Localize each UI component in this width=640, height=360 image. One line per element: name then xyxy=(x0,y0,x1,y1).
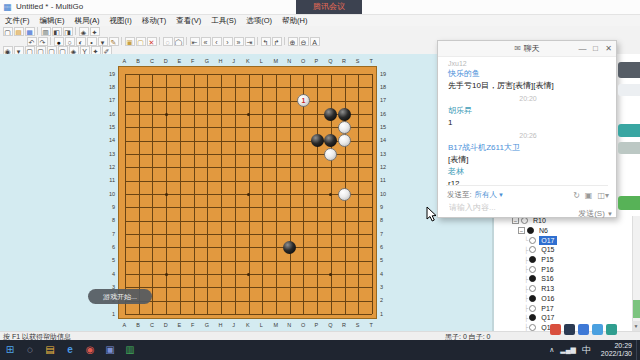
background-window-button xyxy=(618,84,640,96)
coord-right: 14 xyxy=(380,137,386,143)
tree-node-O16[interactable]: ├O16 xyxy=(494,294,640,304)
hide-stones-icon[interactable]: ◌ xyxy=(163,37,173,46)
coord-bottom: E xyxy=(177,322,181,328)
chat-message: [表情] xyxy=(448,154,608,166)
white-stone-O17[interactable]: 1 xyxy=(297,94,310,107)
game-tree-rows: −R10−N6└O17├Q15├P15├P16├S16├R13├O16├P17├… xyxy=(494,216,640,331)
send-to-label: 发送至: xyxy=(447,190,472,200)
grid-line-v xyxy=(358,74,359,314)
tree-connector: ├ xyxy=(524,305,528,311)
play-white-stone-icon[interactable]: ○ xyxy=(65,37,75,46)
tree-node-N6[interactable]: −N6 xyxy=(494,226,640,236)
coord-left: 8 xyxy=(104,217,115,223)
coord-bottom: O xyxy=(301,322,305,328)
grid-line-h xyxy=(125,301,372,302)
coord-top: T xyxy=(370,58,373,64)
save-file-icon[interactable]: ▦ xyxy=(25,27,35,36)
file-explorer-icon[interactable]: ▤ xyxy=(42,343,58,357)
grid-line-h xyxy=(125,221,372,222)
prev-variation-icon[interactable]: ↰ xyxy=(261,37,271,46)
tree-node-P17[interactable]: ├P17 xyxy=(494,303,640,313)
toolbar-separator xyxy=(186,37,187,45)
tree-connector: ├ xyxy=(524,276,528,282)
tree-node-label: Q15 xyxy=(539,245,556,254)
chat-message: 先手亏10目，厉害[表情][表情] xyxy=(448,80,608,92)
menu-item-7[interactable]: 选项(O) xyxy=(241,15,277,26)
tree-connector: ├ xyxy=(524,295,528,301)
menu-item-4[interactable]: 移动(T) xyxy=(137,15,172,26)
ime-indicator[interactable]: 中 xyxy=(582,344,591,357)
coord-top: E xyxy=(177,58,181,64)
tree-node-label: N6 xyxy=(537,226,550,235)
coord-bottom: T xyxy=(370,322,373,328)
background-app-icon xyxy=(592,324,603,335)
coord-bottom: R xyxy=(342,322,346,328)
paste-position-icon[interactable]: ◨ xyxy=(63,27,73,36)
coord-top: B xyxy=(136,58,140,64)
grid-line-v xyxy=(262,74,263,314)
close-icon[interactable]: ✕ xyxy=(603,43,614,54)
coord-right: 9 xyxy=(380,204,383,210)
black-stone-icon xyxy=(529,275,536,282)
coord-right: 6 xyxy=(380,244,383,250)
toolbar-separator xyxy=(121,37,122,45)
forward-1-move-icon[interactable]: › xyxy=(223,37,233,46)
taskbar: ⊞◌▤e◉▣▥ xyxy=(0,340,640,360)
coord-left: 18 xyxy=(104,84,115,90)
coord-right: 5 xyxy=(380,257,383,263)
grid-line-v xyxy=(372,74,373,314)
open-file-icon[interactable]: ▤ xyxy=(14,27,24,36)
menu-bar: 文件(F)编辑(E)棋局(A)视图(I)移动(T)查看(V)工具(S)选项(O)… xyxy=(0,15,640,26)
grid-line-h xyxy=(125,207,372,208)
coord-right: 13 xyxy=(380,151,386,157)
chat-title-label: 聊天 xyxy=(524,43,540,54)
expand-icon[interactable]: − xyxy=(518,227,525,234)
coord-right: 17 xyxy=(380,97,386,103)
coord-right: 15 xyxy=(380,124,386,130)
black-stone-icon xyxy=(529,256,536,263)
background-window-button xyxy=(618,62,640,78)
coord-top: H xyxy=(219,58,223,64)
coord-top: A xyxy=(123,58,127,64)
zoom-in-icon[interactable]: ⊕ xyxy=(288,37,298,46)
coord-top: O xyxy=(301,58,305,64)
app-icon: ▦ xyxy=(3,2,13,12)
white-stone-icon xyxy=(529,305,536,312)
tree-connector: ├ xyxy=(524,324,528,330)
coord-left: 1 xyxy=(104,311,115,317)
tree-connector: ├ xyxy=(524,247,528,253)
white-stone-icon xyxy=(529,266,536,273)
background-window-button xyxy=(618,142,640,154)
white-stone-icon xyxy=(529,324,536,331)
coord-right: 12 xyxy=(380,164,386,170)
member-list-icon[interactable]: ◫▾ xyxy=(597,191,609,200)
send-button[interactable]: 发送(S) ▼ xyxy=(565,208,613,218)
tree-node-Q17[interactable]: ├Q17 xyxy=(494,313,640,323)
tree-node-label: O16 xyxy=(539,294,556,303)
star-point xyxy=(165,193,168,196)
menu-item-5[interactable]: 查看(V) xyxy=(171,15,206,26)
black-stone-N6[interactable] xyxy=(283,241,296,254)
black-stone-P14[interactable] xyxy=(311,134,324,147)
white-stone-icon xyxy=(529,285,536,292)
toolbar-separator xyxy=(75,27,76,35)
minimize-icon[interactable]: — xyxy=(577,43,588,54)
grid-line-v xyxy=(276,74,277,314)
tree-node-S16[interactable]: ├S16 xyxy=(494,274,640,284)
chat-username: B17战斗机Z611大卫 xyxy=(448,142,608,154)
coord-left: 17 xyxy=(104,97,115,103)
grid-line-v xyxy=(303,74,304,314)
back-10-moves-icon[interactable]: « xyxy=(201,37,211,46)
coord-right: 4 xyxy=(380,271,383,277)
chat-divider xyxy=(446,185,608,186)
star-point xyxy=(165,113,168,116)
black-stone-icon xyxy=(529,295,536,302)
grid-line-h xyxy=(125,247,372,248)
coord-bottom: S xyxy=(356,322,360,328)
first-move-icon[interactable]: ⇤ xyxy=(190,37,200,46)
white-stone-R15[interactable] xyxy=(338,121,351,134)
tree-connector: ├ xyxy=(524,315,528,321)
coord-right: 8 xyxy=(380,217,383,223)
tree-node-O17[interactable]: └O17 xyxy=(494,235,640,245)
grid-line-h xyxy=(125,287,372,288)
coord-top: C xyxy=(150,58,154,64)
background-window-button xyxy=(618,196,640,210)
coord-top: P xyxy=(315,58,319,64)
delete-stone-icon[interactable]: ✕ xyxy=(147,37,157,46)
edit-mode-icon[interactable]: ✎ xyxy=(109,37,119,46)
coord-right: 10 xyxy=(380,191,386,197)
chat-timestamp: 20:20 xyxy=(448,92,608,105)
mouse-cursor xyxy=(426,206,438,226)
next-variation-icon[interactable]: ↱ xyxy=(272,37,282,46)
copy-position-icon[interactable]: ◧ xyxy=(52,27,62,36)
settings-icon[interactable]: ✦ xyxy=(90,27,100,36)
menu-item-6[interactable]: 工具(S) xyxy=(206,15,241,26)
clock-time: 20:29 xyxy=(601,342,632,350)
coord-left: 19 xyxy=(104,71,115,77)
letter-label-icon[interactable]: A xyxy=(310,37,320,46)
coord-bottom: N xyxy=(287,322,291,328)
star-point xyxy=(165,273,168,276)
coord-right: 16 xyxy=(380,111,386,117)
coord-top: S xyxy=(356,58,360,64)
grid-line-v xyxy=(290,74,291,314)
grid-line-v xyxy=(317,74,318,314)
tree-node-label: P16 xyxy=(539,265,555,274)
coord-left: 14 xyxy=(104,137,115,143)
grid-line-h xyxy=(125,234,372,235)
tree-scroll-down-icon[interactable]: ▼ xyxy=(632,321,640,331)
alternate-stone-icon[interactable]: ◐ xyxy=(76,37,86,46)
new-file-icon[interactable]: ▢ xyxy=(3,27,13,36)
menu-item-3[interactable]: 视图(I) xyxy=(105,15,137,26)
background-app-icon xyxy=(564,324,575,335)
system-tray: ∧▂▄▆中 xyxy=(546,340,594,360)
setup-white-icon[interactable]: ▢ xyxy=(136,37,146,46)
window-shake-icon[interactable]: ↻ xyxy=(573,191,580,200)
tree-node-label: R13 xyxy=(539,284,556,293)
coord-left: 5 xyxy=(104,257,115,263)
coord-bottom: A xyxy=(123,322,127,328)
coord-right: 11 xyxy=(380,177,386,183)
coord-top: Q xyxy=(328,58,332,64)
coord-left: 11 xyxy=(104,177,115,183)
tree-node-Q15[interactable]: ├Q15 xyxy=(494,245,640,255)
coord-bottom: C xyxy=(150,322,154,328)
coord-bottom: J xyxy=(232,322,235,328)
white-stone-icon xyxy=(529,237,536,244)
coord-left: 15 xyxy=(104,124,115,130)
chat-timestamp: 20:26 xyxy=(448,129,608,142)
background-window-button xyxy=(618,124,640,137)
coord-right: 7 xyxy=(380,231,383,237)
game-toast: 游戏开始... xyxy=(88,289,152,304)
tree-node-label: O17 xyxy=(539,236,556,245)
zoom-out-icon[interactable]: ⊖ xyxy=(299,37,309,46)
tree-node-label: S16 xyxy=(539,274,555,283)
maximize-icon[interactable]: □ xyxy=(590,43,601,54)
background-app-icons xyxy=(550,324,620,335)
background-app-icon xyxy=(578,324,589,335)
coord-top: G xyxy=(205,58,209,64)
tree-connector: ├ xyxy=(524,257,528,263)
board-grid: 1 xyxy=(125,74,372,314)
white-stone-icon xyxy=(529,246,536,253)
clock-date: 2022/1/30 xyxy=(601,350,632,358)
image-icon[interactable]: ▣ xyxy=(585,191,593,200)
tree-node-R13[interactable]: ├R13 xyxy=(494,284,640,294)
coord-left: 16 xyxy=(104,111,115,117)
coord-left: 4 xyxy=(104,271,115,277)
chat-username: 胡乐昇 xyxy=(448,105,608,117)
black-stone-Q16[interactable] xyxy=(324,108,337,121)
expand-icon[interactable]: − xyxy=(512,217,519,224)
coord-top: N xyxy=(287,58,291,64)
coord-top: M xyxy=(273,58,278,64)
tree-scrollbar-thumb[interactable] xyxy=(633,300,640,318)
go-board[interactable]: 1 xyxy=(118,66,377,319)
tree-connector: ├ xyxy=(524,286,528,292)
black-stone-icon xyxy=(529,314,536,321)
star-point xyxy=(247,113,250,116)
chat-icon: ✉ xyxy=(514,44,521,53)
coord-top: D xyxy=(164,58,168,64)
coord-bottom: D xyxy=(164,322,168,328)
coord-left: 13 xyxy=(104,151,115,157)
chat-message-list[interactable]: Jxu12快乐的鱼先手亏10目，厉害[表情][表情]20:20胡乐昇120:26… xyxy=(438,57,616,190)
chat-message: 1 xyxy=(448,117,608,129)
background-app-icon xyxy=(606,324,617,335)
coord-bottom: K xyxy=(246,322,250,328)
coord-bottom: H xyxy=(219,322,223,328)
coord-right: 19 xyxy=(380,71,386,77)
window-title: Untitled * - MultiGo xyxy=(16,2,83,11)
chat-username: 老林 xyxy=(448,166,608,178)
redo-icon[interactable]: ↷ xyxy=(38,37,48,46)
coord-top: F xyxy=(191,58,194,64)
toolbar-separator xyxy=(159,37,160,45)
network-icon[interactable]: ▂▄▆ xyxy=(560,346,576,354)
white-stone-Q13[interactable] xyxy=(324,148,337,161)
edge-browser-icon[interactable]: e xyxy=(62,343,78,357)
show-desktop-button[interactable] xyxy=(636,340,640,360)
app-icon-1[interactable]: ▣ xyxy=(102,343,118,357)
background-app-icon xyxy=(550,324,561,335)
coord-bottom: F xyxy=(191,322,194,328)
coord-top: K xyxy=(246,58,250,64)
white-stone-R14[interactable] xyxy=(338,134,351,147)
grid-line-h xyxy=(125,314,372,315)
black-stone-R16[interactable] xyxy=(338,108,351,121)
tree-node-label: Q17 xyxy=(539,313,556,322)
toolbar-separator xyxy=(284,37,285,45)
toolbar-separator xyxy=(37,27,38,35)
game-info-icon[interactable]: ◈ xyxy=(79,27,89,36)
coord-right: 3 xyxy=(380,284,383,290)
star-point xyxy=(329,273,332,276)
print-icon[interactable]: ▥ xyxy=(41,27,51,36)
coord-bottom: G xyxy=(205,322,209,328)
tray-expand-icon[interactable]: ∧ xyxy=(549,346,554,354)
coord-left: 10 xyxy=(104,191,115,197)
coord-bottom: L xyxy=(260,322,263,328)
chevron-down-icon[interactable]: ▼ xyxy=(498,192,504,198)
coord-bottom: P xyxy=(315,322,319,328)
meeting-overlay-badge[interactable]: 腾讯会议 xyxy=(296,0,362,14)
tree-node-label: P15 xyxy=(539,255,555,264)
toolbar-separator xyxy=(50,37,51,45)
chrome-browser-icon[interactable]: ◉ xyxy=(82,343,98,357)
star-point xyxy=(247,193,250,196)
search-icon[interactable]: ◌ xyxy=(22,343,38,357)
start-button[interactable]: ⊞ xyxy=(2,343,18,357)
white-stone-icon xyxy=(521,217,528,224)
tree-node-P15[interactable]: ├P15 xyxy=(494,255,640,265)
coord-right: 18 xyxy=(380,84,386,90)
forward-10-moves-icon[interactable]: » xyxy=(234,37,244,46)
stone-dropdown-icon[interactable]: ▾ xyxy=(98,37,108,46)
grid-line-h xyxy=(125,261,372,262)
coord-left: 7 xyxy=(104,231,115,237)
coord-left: 12 xyxy=(104,164,115,170)
chat-username: 快乐的鱼 xyxy=(448,68,608,80)
coord-left: 9 xyxy=(104,204,115,210)
coord-right: 2 xyxy=(380,297,383,303)
pass-move-icon[interactable]: • xyxy=(87,37,97,46)
play-black-stone-icon[interactable]: ● xyxy=(54,37,64,46)
app-icon-2[interactable]: ▥ xyxy=(122,343,138,357)
coord-left: 6 xyxy=(104,244,115,250)
coord-top: L xyxy=(260,58,263,64)
last-move-icon[interactable]: ⇥ xyxy=(245,37,255,46)
coord-bottom: Q xyxy=(328,322,332,328)
star-point xyxy=(329,193,332,196)
menu-item-0[interactable]: 文件(F) xyxy=(0,15,35,26)
menu-item-1[interactable]: 编辑(E) xyxy=(35,15,70,26)
move-number-label: 1 xyxy=(301,97,305,104)
setup-black-icon[interactable]: ▣ xyxy=(125,37,135,46)
coord-top: J xyxy=(232,58,235,64)
back-1-move-icon[interactable]: ‹ xyxy=(212,37,222,46)
send-to-select[interactable]: 所有人 xyxy=(475,190,498,200)
tree-node-label: P17 xyxy=(539,304,555,313)
taskbar-clock[interactable]: 20:29 2022/1/30 xyxy=(601,342,632,358)
show-stones-icon[interactable]: ◯ xyxy=(174,37,184,46)
coord-bottom: M xyxy=(273,322,278,328)
coord-top: R xyxy=(342,58,346,64)
tree-node-P16[interactable]: ├P16 xyxy=(494,264,640,274)
chat-title-bar[interactable]: ✉ 聊天 — □ ✕ xyxy=(438,41,616,57)
white-stone-R10[interactable] xyxy=(338,188,351,201)
black-stone-Q14[interactable] xyxy=(324,134,337,147)
menu-item-2[interactable]: 棋局(A) xyxy=(70,15,105,26)
menu-item-8[interactable]: 帮助(H) xyxy=(277,15,312,26)
tree-connector: └ xyxy=(524,237,528,243)
black-stone-icon xyxy=(527,227,534,234)
chat-message: Jxu12 xyxy=(448,59,608,68)
star-point xyxy=(247,273,250,276)
toolbar-separator xyxy=(257,37,258,45)
coord-bottom: B xyxy=(136,322,140,328)
tree-connector: ├ xyxy=(524,266,528,272)
undo-icon[interactable]: ↶ xyxy=(27,37,37,46)
coord-right: 1 xyxy=(380,311,383,317)
